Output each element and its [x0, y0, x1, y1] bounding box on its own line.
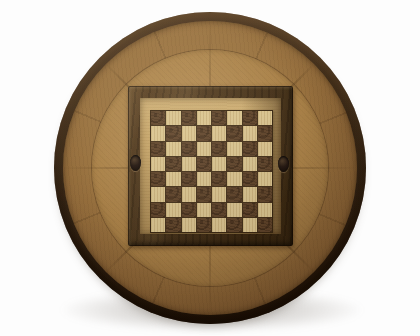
board-square[interactable]: [243, 126, 257, 140]
board-square[interactable]: [243, 172, 257, 186]
board-square[interactable]: [258, 172, 272, 186]
board-square[interactable]: [197, 126, 211, 140]
board-square[interactable]: [151, 218, 165, 232]
board-square[interactable]: [227, 172, 241, 186]
board-square[interactable]: [243, 142, 257, 156]
board-square[interactable]: [166, 111, 180, 125]
board-square[interactable]: [227, 126, 241, 140]
board-square[interactable]: [243, 218, 257, 232]
board-square[interactable]: [243, 157, 257, 171]
board-square[interactable]: [243, 187, 257, 201]
board-square[interactable]: [212, 172, 226, 186]
board-square[interactable]: [227, 218, 241, 232]
board-square[interactable]: [243, 203, 257, 217]
board-square[interactable]: [151, 203, 165, 217]
board-square[interactable]: [212, 142, 226, 156]
board-square[interactable]: [212, 218, 226, 232]
board-square[interactable]: [182, 126, 196, 140]
board-square[interactable]: [227, 142, 241, 156]
checkerboard: [150, 110, 273, 233]
board-square[interactable]: [166, 126, 180, 140]
board-square[interactable]: [182, 157, 196, 171]
board-square[interactable]: [151, 157, 165, 171]
board-square[interactable]: [227, 111, 241, 125]
board-square[interactable]: [258, 157, 272, 171]
board-square[interactable]: [197, 218, 211, 232]
board-square[interactable]: [166, 157, 180, 171]
board-square[interactable]: [212, 126, 226, 140]
board-square[interactable]: [258, 111, 272, 125]
board-square[interactable]: [197, 172, 211, 186]
board-square[interactable]: [258, 126, 272, 140]
board-square[interactable]: [166, 172, 180, 186]
board-square[interactable]: [197, 111, 211, 125]
board-square[interactable]: [151, 187, 165, 201]
board-square[interactable]: [182, 203, 196, 217]
board-square[interactable]: [227, 203, 241, 217]
board-square[interactable]: [212, 203, 226, 217]
product-photo-stage: [0, 0, 420, 336]
round-game-table-top: [54, 12, 366, 324]
board-square[interactable]: [212, 157, 226, 171]
board-square[interactable]: [182, 218, 196, 232]
board-square[interactable]: [182, 142, 196, 156]
board-square[interactable]: [227, 187, 241, 201]
board-square[interactable]: [182, 172, 196, 186]
board-square[interactable]: [212, 111, 226, 125]
board-square[interactable]: [151, 126, 165, 140]
board-square[interactable]: [197, 203, 211, 217]
board-square[interactable]: [197, 142, 211, 156]
board-square[interactable]: [166, 218, 180, 232]
board-square[interactable]: [166, 203, 180, 217]
board-square[interactable]: [258, 218, 272, 232]
board-square[interactable]: [243, 111, 257, 125]
board-square[interactable]: [151, 172, 165, 186]
board-square[interactable]: [258, 203, 272, 217]
board-square[interactable]: [197, 187, 211, 201]
board-square[interactable]: [212, 187, 226, 201]
board-square[interactable]: [151, 142, 165, 156]
board-square[interactable]: [197, 157, 211, 171]
board-square[interactable]: [258, 142, 272, 156]
board-square[interactable]: [182, 187, 196, 201]
board-square[interactable]: [258, 187, 272, 201]
board-square[interactable]: [151, 111, 165, 125]
drawer-knob-right[interactable]: [278, 156, 289, 172]
board-square[interactable]: [227, 157, 241, 171]
board-square[interactable]: [182, 111, 196, 125]
board-square[interactable]: [166, 142, 180, 156]
game-board-panel: [128, 86, 293, 246]
board-square[interactable]: [166, 187, 180, 201]
